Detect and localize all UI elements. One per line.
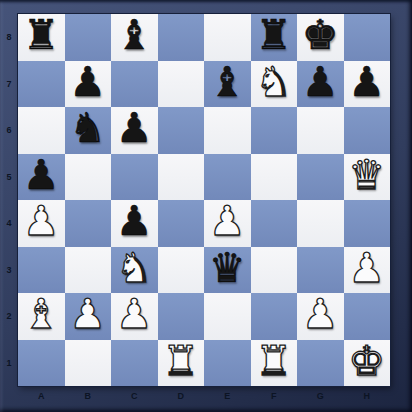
square-d2[interactable] (158, 293, 205, 340)
square-a3[interactable] (18, 247, 65, 294)
square-f8[interactable]: ♜ (251, 14, 298, 61)
square-d4[interactable] (158, 200, 205, 247)
square-a5[interactable]: ♟ (18, 154, 65, 201)
file-label-f: F (251, 386, 298, 412)
piece-white-rook[interactable]: ♜ (158, 340, 205, 387)
piece-black-bishop[interactable]: ♝ (111, 14, 158, 61)
square-g4[interactable] (297, 200, 344, 247)
square-c4[interactable]: ♟ (111, 200, 158, 247)
square-g2[interactable]: ♟ (297, 293, 344, 340)
piece-black-bishop[interactable]: ♝ (204, 61, 251, 108)
square-c5[interactable] (111, 154, 158, 201)
piece-white-pawn[interactable]: ♟ (65, 293, 112, 340)
rank-label-1: 1 (0, 340, 18, 387)
square-a2[interactable]: ♝ (18, 293, 65, 340)
piece-white-pawn[interactable]: ♟ (18, 200, 65, 247)
rank-label-7: 7 (0, 61, 18, 108)
rank-label-8: 8 (0, 14, 18, 61)
square-b3[interactable] (65, 247, 112, 294)
piece-white-knight[interactable]: ♞ (111, 247, 158, 294)
square-c8[interactable]: ♝ (111, 14, 158, 61)
square-d3[interactable] (158, 247, 205, 294)
square-f4[interactable] (251, 200, 298, 247)
square-e5[interactable] (204, 154, 251, 201)
piece-black-knight[interactable]: ♞ (65, 107, 112, 154)
rank-label-3: 3 (0, 247, 18, 294)
piece-white-knight[interactable]: ♞ (251, 61, 298, 108)
piece-black-pawn[interactable]: ♟ (111, 200, 158, 247)
piece-black-king[interactable]: ♚ (297, 14, 344, 61)
square-f6[interactable] (251, 107, 298, 154)
file-label-a: A (18, 386, 65, 412)
square-d7[interactable] (158, 61, 205, 108)
square-g3[interactable] (297, 247, 344, 294)
square-g5[interactable] (297, 154, 344, 201)
square-a8[interactable]: ♜ (18, 14, 65, 61)
square-b1[interactable] (65, 340, 112, 387)
square-c2[interactable]: ♟ (111, 293, 158, 340)
file-label-c: C (111, 386, 158, 412)
square-h4[interactable] (344, 200, 391, 247)
square-d8[interactable] (158, 14, 205, 61)
square-d6[interactable] (158, 107, 205, 154)
file-label-g: G (297, 386, 344, 412)
rank-label-6: 6 (0, 107, 18, 154)
piece-white-queen[interactable]: ♛ (344, 154, 391, 201)
file-label-b: B (65, 386, 112, 412)
square-b5[interactable] (65, 154, 112, 201)
square-c6[interactable]: ♟ (111, 107, 158, 154)
piece-black-pawn[interactable]: ♟ (344, 61, 391, 108)
square-h3[interactable]: ♟ (344, 247, 391, 294)
square-c1[interactable] (111, 340, 158, 387)
square-h8[interactable] (344, 14, 391, 61)
rank-label-4: 4 (0, 200, 18, 247)
file-label-h: H (344, 386, 391, 412)
square-e3[interactable]: ♛ (204, 247, 251, 294)
piece-black-pawn[interactable]: ♟ (297, 61, 344, 108)
square-c3[interactable]: ♞ (111, 247, 158, 294)
square-f1[interactable]: ♜ (251, 340, 298, 387)
piece-black-rook[interactable]: ♜ (18, 14, 65, 61)
square-e2[interactable] (204, 293, 251, 340)
square-a7[interactable] (18, 61, 65, 108)
square-a4[interactable]: ♟ (18, 200, 65, 247)
piece-white-pawn[interactable]: ♟ (297, 293, 344, 340)
square-c7[interactable] (111, 61, 158, 108)
square-f5[interactable] (251, 154, 298, 201)
square-e1[interactable] (204, 340, 251, 387)
square-g8[interactable]: ♚ (297, 14, 344, 61)
square-g7[interactable]: ♟ (297, 61, 344, 108)
square-d1[interactable]: ♜ (158, 340, 205, 387)
piece-white-pawn[interactable]: ♟ (204, 200, 251, 247)
square-h2[interactable] (344, 293, 391, 340)
square-b6[interactable]: ♞ (65, 107, 112, 154)
piece-white-bishop[interactable]: ♝ (18, 293, 65, 340)
square-b2[interactable]: ♟ (65, 293, 112, 340)
piece-black-pawn[interactable]: ♟ (111, 107, 158, 154)
chess-board[interactable]: ♜♝♜♚♟♝♞♟♟♞♟♟♛♟♟♟♞♛♟♝♟♟♟♜♜♚ (18, 14, 390, 386)
piece-black-pawn[interactable]: ♟ (65, 61, 112, 108)
piece-black-pawn[interactable]: ♟ (18, 154, 65, 201)
board-frame: 87654321 ♜♝♜♚♟♝♞♟♟♞♟♟♛♟♟♟♞♛♟♝♟♟♟♜♜♚ ABCD… (0, 0, 412, 412)
piece-black-rook[interactable]: ♜ (251, 14, 298, 61)
square-e7[interactable]: ♝ (204, 61, 251, 108)
file-label-e: E (204, 386, 251, 412)
square-h6[interactable] (344, 107, 391, 154)
square-b7[interactable]: ♟ (65, 61, 112, 108)
square-e8[interactable] (204, 14, 251, 61)
rank-label-2: 2 (0, 293, 18, 340)
square-b8[interactable] (65, 14, 112, 61)
piece-white-rook[interactable]: ♜ (251, 340, 298, 387)
piece-white-pawn[interactable]: ♟ (111, 293, 158, 340)
square-f3[interactable] (251, 247, 298, 294)
square-b4[interactable] (65, 200, 112, 247)
square-e4[interactable]: ♟ (204, 200, 251, 247)
file-label-d: D (158, 386, 205, 412)
piece-black-queen[interactable]: ♛ (204, 247, 251, 294)
rank-labels: 87654321 (0, 14, 18, 386)
piece-white-pawn[interactable]: ♟ (344, 247, 391, 294)
square-h7[interactable]: ♟ (344, 61, 391, 108)
square-h1[interactable]: ♚ (344, 340, 391, 387)
file-labels: ABCDEFGH (18, 386, 390, 412)
square-f2[interactable] (251, 293, 298, 340)
piece-white-king[interactable]: ♚ (344, 340, 391, 387)
square-f7[interactable]: ♞ (251, 61, 298, 108)
square-h5[interactable]: ♛ (344, 154, 391, 201)
square-g6[interactable] (297, 107, 344, 154)
square-a6[interactable] (18, 107, 65, 154)
square-g1[interactable] (297, 340, 344, 387)
rank-label-5: 5 (0, 154, 18, 201)
square-e6[interactable] (204, 107, 251, 154)
square-a1[interactable] (18, 340, 65, 387)
square-d5[interactable] (158, 154, 205, 201)
